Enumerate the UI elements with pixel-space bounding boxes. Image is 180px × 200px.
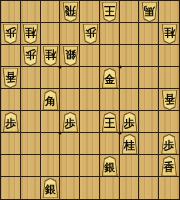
square-19[interactable]	[159, 177, 179, 199]
piece-gote-rook-61[interactable]: 飛	[62, 2, 79, 22]
square-67[interactable]	[60, 133, 80, 155]
square-55[interactable]	[80, 89, 100, 111]
piece-kanji-lance: 香	[164, 162, 175, 173]
piece-sente-bishop-75[interactable]: 角	[42, 90, 59, 110]
square-25[interactable]	[139, 89, 159, 111]
square-27[interactable]	[139, 133, 159, 155]
square-62[interactable]	[60, 23, 80, 45]
square-39[interactable]	[120, 177, 140, 199]
square-87[interactable]	[21, 133, 41, 155]
piece-kanji-lance: 香	[164, 93, 175, 104]
square-84[interactable]	[21, 67, 41, 89]
square-86[interactable]	[21, 111, 41, 133]
piece-gote-knight-73[interactable]: 桂	[42, 46, 59, 66]
piece-gote-knight-12[interactable]: 桂	[161, 24, 178, 44]
piece-kanji-king: 王	[104, 5, 115, 16]
square-88[interactable]	[21, 155, 41, 177]
square-78[interactable]	[41, 155, 61, 177]
square-58[interactable]	[80, 155, 100, 177]
square-34[interactable]	[120, 67, 140, 89]
piece-kanji-bishop: 角	[45, 96, 56, 107]
square-23[interactable]	[139, 45, 159, 67]
square-69[interactable]	[60, 177, 80, 199]
square-91[interactable]	[1, 1, 21, 23]
square-24[interactable]	[139, 67, 159, 89]
piece-gote-king-41[interactable]: 王	[101, 2, 118, 22]
square-57[interactable]	[80, 133, 100, 155]
piece-kanji-silver: 銀	[65, 49, 76, 60]
piece-kanji-knight: 桂	[124, 140, 135, 151]
square-32[interactable]	[120, 23, 140, 45]
square-38[interactable]	[120, 155, 140, 177]
square-72[interactable]	[41, 23, 61, 45]
square-85[interactable]	[21, 89, 41, 111]
piece-kanji-pawn: 歩	[164, 140, 175, 151]
square-68[interactable]	[60, 155, 80, 177]
square-33[interactable]	[120, 45, 140, 67]
square-93[interactable]	[1, 45, 21, 67]
piece-sente-silver-48[interactable]: 銀	[101, 156, 118, 176]
piece-kanji-pawn: 歩	[65, 118, 76, 129]
piece-kanji-king: 王	[104, 118, 115, 129]
piece-gote-pawn-92[interactable]: 歩	[2, 24, 19, 44]
square-59[interactable]	[80, 177, 100, 199]
piece-gote-pawn-52[interactable]: 歩	[82, 24, 99, 44]
square-77[interactable]	[41, 133, 61, 155]
square-43[interactable]	[100, 45, 120, 67]
piece-sente-pawn-17[interactable]: 歩	[161, 134, 178, 154]
square-29[interactable]	[139, 177, 159, 199]
piece-gote-knight-82[interactable]: 桂	[22, 24, 39, 44]
square-14[interactable]	[159, 67, 179, 89]
piece-sente-pawn-96[interactable]: 歩	[2, 112, 19, 132]
piece-kanji-gold: 金	[104, 74, 115, 85]
square-54[interactable]	[80, 67, 100, 89]
piece-kanji-pawn: 歩	[5, 27, 16, 38]
square-98[interactable]	[1, 155, 21, 177]
square-45[interactable]	[100, 89, 120, 111]
square-31[interactable]	[120, 1, 140, 23]
square-97[interactable]	[1, 133, 21, 155]
square-13[interactable]	[159, 45, 179, 67]
piece-kanji-pawn: 歩	[25, 49, 36, 60]
piece-gote-pawn-83[interactable]: 歩	[22, 46, 39, 66]
square-65[interactable]	[60, 89, 80, 111]
square-42[interactable]	[100, 23, 120, 45]
square-35[interactable]	[120, 89, 140, 111]
piece-kanji-rook: 飛	[65, 5, 76, 16]
square-16[interactable]	[159, 111, 179, 133]
square-28[interactable]	[139, 155, 159, 177]
square-71[interactable]	[41, 1, 61, 23]
square-26[interactable]	[139, 111, 159, 133]
square-51[interactable]	[80, 1, 100, 23]
square-49[interactable]	[100, 177, 120, 199]
square-76[interactable]	[41, 111, 61, 133]
square-64[interactable]	[60, 67, 80, 89]
square-47[interactable]	[100, 133, 120, 155]
shogi-board: 飛王馬歩桂歩桂歩桂銀香香金角歩歩王歩桂歩銀香銀	[0, 0, 180, 200]
piece-sente-king-46[interactable]: 王	[101, 112, 118, 132]
piece-sente-silver-79[interactable]: 銀	[42, 178, 59, 198]
piece-kanji-pawn: 歩	[5, 118, 16, 129]
piece-gote-promoted-bishop-21[interactable]: 馬	[141, 2, 158, 22]
piece-kanji-promoted-bishop: 馬	[144, 5, 155, 16]
piece-kanji-knight: 桂	[25, 27, 36, 38]
piece-kanji-silver: 銀	[45, 184, 56, 195]
piece-gote-lance-94[interactable]: 香	[2, 68, 19, 88]
star-point	[118, 66, 121, 69]
piece-sente-gold-44[interactable]: 金	[101, 68, 118, 88]
square-99[interactable]	[1, 177, 21, 199]
piece-gote-lance-15[interactable]: 香	[161, 90, 178, 110]
square-74[interactable]	[41, 67, 61, 89]
piece-kanji-silver: 銀	[104, 162, 115, 173]
piece-kanji-lance: 香	[5, 71, 16, 82]
piece-sente-pawn-36[interactable]: 歩	[121, 112, 138, 132]
square-81[interactable]	[21, 1, 41, 23]
piece-kanji-pawn: 歩	[124, 118, 135, 129]
square-56[interactable]	[80, 111, 100, 133]
piece-sente-lance-18[interactable]: 香	[161, 156, 178, 176]
square-22[interactable]	[139, 23, 159, 45]
piece-gote-silver-63[interactable]: 銀	[62, 46, 79, 66]
piece-sente-pawn-66[interactable]: 歩	[62, 112, 79, 132]
square-89[interactable]	[21, 177, 41, 199]
square-11[interactable]	[159, 1, 179, 23]
piece-sente-knight-37[interactable]: 桂	[121, 134, 138, 154]
piece-kanji-knight: 桂	[164, 27, 175, 38]
piece-kanji-knight: 桂	[45, 49, 56, 60]
piece-kanji-pawn: 歩	[85, 27, 96, 38]
square-53[interactable]	[80, 45, 100, 67]
square-95[interactable]	[1, 89, 21, 111]
